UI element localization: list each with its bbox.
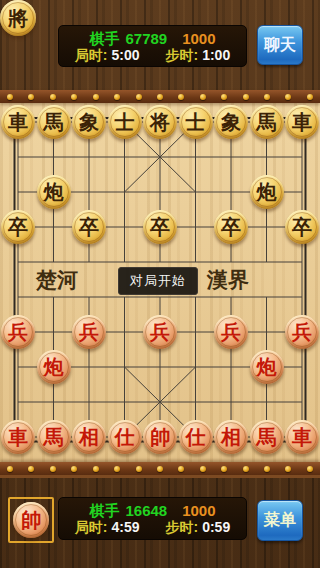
stud-ornament [178, 94, 184, 100]
piece-char: 馬 [257, 112, 277, 132]
stud-ornament [114, 94, 120, 100]
stud-ornament [50, 94, 56, 100]
board-bottom-stud-strip [0, 462, 320, 475]
piece-char: 車 [292, 112, 312, 132]
stud-ornament [28, 466, 34, 472]
piece-char: 炮 [257, 357, 277, 377]
piece-red-elephant[interactable]: 相 [214, 420, 248, 454]
stud-ornament [157, 94, 163, 100]
stud-ornament [50, 466, 56, 472]
stud-ornament [285, 466, 291, 472]
stud-ornament [71, 94, 77, 100]
piece-black-elephant[interactable]: 象 [214, 105, 248, 139]
top-player-id: 67789 [125, 31, 167, 46]
top-game-time: 5:00 [111, 48, 139, 62]
piece-red-chariot[interactable]: 車 [285, 420, 319, 454]
chat-button[interactable]: 聊天 [257, 25, 303, 65]
stud-ornament [136, 94, 142, 100]
stud-ornament [243, 466, 249, 472]
bottom-player-label: 棋手 [89, 503, 119, 518]
top-player-rating: 1000 [182, 31, 215, 46]
stud-ornament [136, 466, 142, 472]
top-player-clocks: 局时: 5:00 步时: 1:00 [59, 48, 246, 62]
stud-ornament [221, 466, 227, 472]
piece-char: 象 [79, 112, 99, 132]
stud-ornament [243, 94, 249, 100]
piece-char: 車 [8, 112, 28, 132]
piece-char: 兵 [292, 322, 312, 342]
bottom-game-time: 4:59 [111, 520, 139, 534]
xiangqi-board[interactable]: 楚河 漢界 对局开始 車馬象士将士象馬車炮炮卒卒卒卒卒兵兵兵兵兵炮炮車馬相仕帥仕… [0, 90, 320, 478]
stud-ornament [285, 94, 291, 100]
stud-ornament [93, 466, 99, 472]
piece-black-soldier[interactable]: 卒 [1, 210, 35, 244]
bottom-player-identity: 棋手 16648 1000 [59, 503, 246, 518]
piece-red-advisor[interactable]: 仕 [108, 420, 142, 454]
piece-red-soldier[interactable]: 兵 [285, 315, 319, 349]
piece-char: 馬 [44, 112, 64, 132]
top-player-identity: 棋手 67789 1000 [59, 31, 246, 46]
piece-char: 相 [79, 427, 99, 447]
piece-red-soldier[interactable]: 兵 [214, 315, 248, 349]
active-seat-highlight-frame: 帥 [8, 497, 54, 543]
piece-char: 卒 [150, 217, 170, 237]
stud-ornament [221, 94, 227, 100]
stud-ornament [264, 466, 270, 472]
piece-red-soldier[interactable]: 兵 [72, 315, 106, 349]
piece-black-horse[interactable]: 馬 [37, 105, 71, 139]
piece-char: 将 [150, 112, 170, 132]
red-general-glyph: 帥 [21, 510, 41, 530]
piece-char: 兵 [221, 322, 241, 342]
piece-black-advisor[interactable]: 士 [179, 105, 213, 139]
stud-ornament [71, 466, 77, 472]
piece-black-general[interactable]: 将 [143, 105, 177, 139]
piece-black-soldier[interactable]: 卒 [214, 210, 248, 244]
black-general-glyph: 將 [8, 8, 28, 28]
board-top-stud-strip [0, 90, 320, 103]
piece-char: 卒 [8, 217, 28, 237]
piece-black-soldier[interactable]: 卒 [72, 210, 106, 244]
piece-char: 卒 [79, 217, 99, 237]
stud-ornament [200, 466, 206, 472]
piece-black-chariot[interactable]: 車 [1, 105, 35, 139]
bottom-player-rating: 1000 [182, 503, 215, 518]
stud-ornament [264, 94, 270, 100]
game-start-banner: 对局开始 [118, 267, 198, 295]
stud-ornament [200, 94, 206, 100]
stud-ornament [307, 94, 313, 100]
piece-char: 兵 [150, 322, 170, 342]
stud-ornament [114, 466, 120, 472]
piece-black-horse[interactable]: 馬 [250, 105, 284, 139]
top-player-bar: 將 棋手 67789 1000 局时: 5:00 步时: 1:00 [0, 0, 320, 90]
piece-black-chariot[interactable]: 車 [285, 105, 319, 139]
bottom-game-time-label: 局时: [75, 520, 108, 534]
piece-red-cannon[interactable]: 炮 [37, 350, 71, 384]
xiangqi-app-screen: 將 棋手 67789 1000 局时: 5:00 步时: 1:00 [0, 0, 320, 568]
piece-char: 馬 [257, 427, 277, 447]
piece-red-general[interactable]: 帥 [143, 420, 177, 454]
stud-ornament [157, 466, 163, 472]
piece-red-advisor[interactable]: 仕 [179, 420, 213, 454]
top-player-label: 棋手 [89, 31, 119, 46]
piece-char: 士 [186, 112, 206, 132]
piece-char: 帥 [150, 427, 170, 447]
piece-char: 仕 [186, 427, 206, 447]
black-seat-piece-icon: 將 [0, 0, 36, 36]
piece-char: 士 [115, 112, 135, 132]
piece-red-horse[interactable]: 馬 [250, 420, 284, 454]
stud-ornament [178, 466, 184, 472]
piece-char: 炮 [44, 357, 64, 377]
bottom-move-time-label: 步时: [166, 520, 199, 534]
piece-char: 相 [221, 427, 241, 447]
top-game-time-label: 局时: [75, 48, 108, 62]
piece-black-elephant[interactable]: 象 [72, 105, 106, 139]
piece-char: 馬 [44, 427, 64, 447]
bottom-player-id: 16648 [125, 503, 167, 518]
piece-char: 車 [292, 427, 312, 447]
piece-black-soldier[interactable]: 卒 [285, 210, 319, 244]
top-player-info-panel: 棋手 67789 1000 局时: 5:00 步时: 1:00 [58, 25, 247, 67]
piece-red-soldier[interactable]: 兵 [143, 315, 177, 349]
stud-ornament [93, 94, 99, 100]
top-move-time-label: 步时: [166, 48, 199, 62]
stud-ornament [7, 94, 13, 100]
piece-char: 卒 [221, 217, 241, 237]
piece-black-soldier[interactable]: 卒 [143, 210, 177, 244]
menu-button[interactable]: 菜单 [257, 500, 303, 541]
piece-char: 車 [8, 427, 28, 447]
top-move-time: 1:00 [202, 48, 230, 62]
bottom-move-time: 0:59 [202, 520, 230, 534]
piece-red-chariot[interactable]: 車 [1, 420, 35, 454]
river-label-left: 楚河 [36, 262, 78, 297]
stud-ornament [28, 94, 34, 100]
red-seat-piece-icon: 帥 [13, 502, 49, 538]
piece-black-advisor[interactable]: 士 [108, 105, 142, 139]
piece-red-soldier[interactable]: 兵 [1, 315, 35, 349]
bottom-player-clocks: 局时: 4:59 步时: 0:59 [59, 520, 246, 534]
piece-black-cannon[interactable]: 炮 [250, 175, 284, 209]
piece-char: 仕 [115, 427, 135, 447]
piece-red-horse[interactable]: 馬 [37, 420, 71, 454]
piece-red-cannon[interactable]: 炮 [250, 350, 284, 384]
piece-black-cannon[interactable]: 炮 [37, 175, 71, 209]
piece-red-elephant[interactable]: 相 [72, 420, 106, 454]
stud-ornament [307, 466, 313, 472]
piece-char: 兵 [8, 322, 28, 342]
piece-char: 炮 [44, 182, 64, 202]
piece-char: 兵 [79, 322, 99, 342]
piece-char: 炮 [257, 182, 277, 202]
piece-char: 象 [221, 112, 241, 132]
bottom-player-info-panel: 棋手 16648 1000 局时: 4:59 步时: 0:59 [58, 497, 247, 540]
river-label-right: 漢界 [207, 262, 249, 297]
stud-ornament [7, 466, 13, 472]
piece-char: 卒 [292, 217, 312, 237]
bottom-player-bar: 帥 棋手 16648 1000 局时: 4:59 步时: 0:59 [0, 478, 320, 568]
